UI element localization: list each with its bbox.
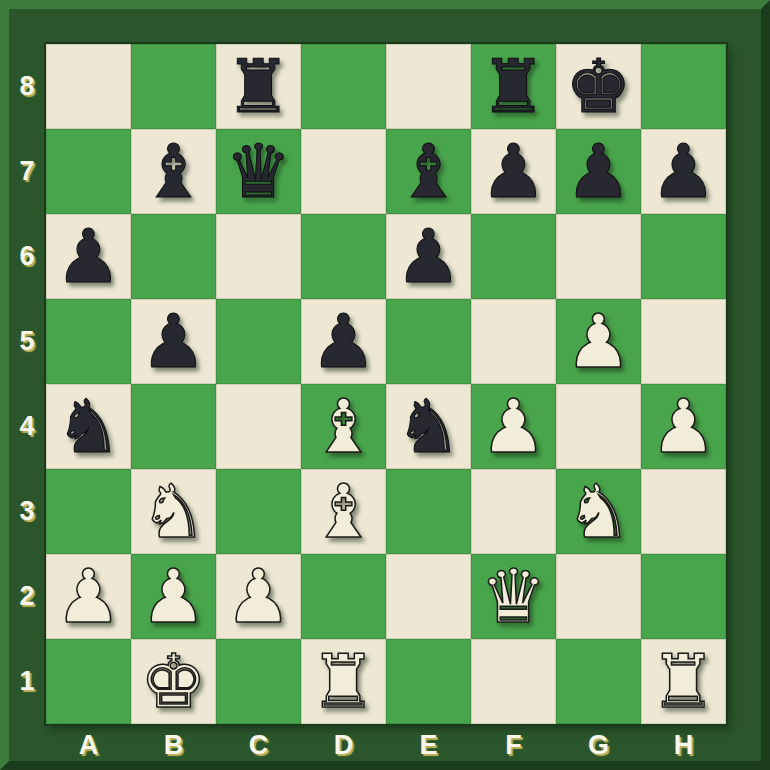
piece-black-knight[interactable]: ♞ (55, 384, 121, 469)
file-label-g: G (556, 728, 641, 762)
piece-white-pawn[interactable]: ♟ (565, 299, 631, 384)
square-a8[interactable] (46, 44, 131, 129)
square-b1[interactable]: ♚ (131, 639, 216, 724)
square-c6[interactable] (216, 214, 301, 299)
rank-label-2: 2 (9, 554, 45, 639)
piece-black-knight[interactable]: ♞ (395, 384, 461, 469)
square-g7[interactable]: ♟ (556, 129, 641, 214)
piece-white-bishop[interactable]: ♝ (310, 469, 376, 554)
piece-white-rook[interactable]: ♜ (650, 639, 716, 724)
square-d6[interactable] (301, 214, 386, 299)
square-e4[interactable]: ♞ (386, 384, 471, 469)
square-c2[interactable]: ♟ (216, 554, 301, 639)
square-f6[interactable] (471, 214, 556, 299)
file-label-h: H (641, 728, 726, 762)
rank-label-4: 4 (9, 384, 45, 469)
piece-white-pawn[interactable]: ♟ (650, 384, 716, 469)
square-h1[interactable]: ♜ (641, 639, 726, 724)
board-frame: ♜♜♚♝♛♝♟♟♟♟♟♟♟♟♞♝♞♟♟♞♝♞♟♟♟♛♚♜♜ 87654321 A… (0, 0, 770, 770)
piece-black-pawn[interactable]: ♟ (480, 129, 546, 214)
square-f2[interactable]: ♛ (471, 554, 556, 639)
rank-label-6: 6 (9, 214, 45, 299)
piece-black-bishop[interactable]: ♝ (140, 129, 206, 214)
piece-black-pawn[interactable]: ♟ (310, 299, 376, 384)
piece-black-pawn[interactable]: ♟ (650, 129, 716, 214)
piece-black-pawn[interactable]: ♟ (395, 214, 461, 299)
square-a7[interactable] (46, 129, 131, 214)
square-a3[interactable] (46, 469, 131, 554)
square-a4[interactable]: ♞ (46, 384, 131, 469)
square-b8[interactable] (131, 44, 216, 129)
piece-white-knight[interactable]: ♞ (140, 469, 206, 554)
piece-black-pawn[interactable]: ♟ (55, 214, 121, 299)
file-label-b: B (131, 728, 216, 762)
square-h8[interactable] (641, 44, 726, 129)
square-b3[interactable]: ♞ (131, 469, 216, 554)
piece-black-rook[interactable]: ♜ (225, 44, 291, 129)
square-d7[interactable] (301, 129, 386, 214)
square-d1[interactable]: ♜ (301, 639, 386, 724)
square-d4[interactable]: ♝ (301, 384, 386, 469)
square-h5[interactable] (641, 299, 726, 384)
piece-black-bishop[interactable]: ♝ (395, 129, 461, 214)
piece-white-knight[interactable]: ♞ (565, 469, 631, 554)
square-d5[interactable]: ♟ (301, 299, 386, 384)
square-c3[interactable] (216, 469, 301, 554)
piece-white-pawn[interactable]: ♟ (55, 554, 121, 639)
square-b5[interactable]: ♟ (131, 299, 216, 384)
rank-label-1: 1 (9, 639, 45, 724)
piece-white-rook[interactable]: ♜ (310, 639, 376, 724)
square-h4[interactable]: ♟ (641, 384, 726, 469)
file-label-e: E (386, 728, 471, 762)
square-e7[interactable]: ♝ (386, 129, 471, 214)
rank-label-8: 8 (9, 44, 45, 129)
square-f1[interactable] (471, 639, 556, 724)
square-f7[interactable]: ♟ (471, 129, 556, 214)
piece-white-king[interactable]: ♚ (140, 639, 206, 724)
square-e8[interactable] (386, 44, 471, 129)
square-f8[interactable]: ♜ (471, 44, 556, 129)
square-f5[interactable] (471, 299, 556, 384)
square-h2[interactable] (641, 554, 726, 639)
square-a2[interactable]: ♟ (46, 554, 131, 639)
rank-label-3: 3 (9, 469, 45, 554)
piece-black-pawn[interactable]: ♟ (140, 299, 206, 384)
square-d3[interactable]: ♝ (301, 469, 386, 554)
square-b4[interactable] (131, 384, 216, 469)
file-label-f: F (471, 728, 556, 762)
square-a6[interactable]: ♟ (46, 214, 131, 299)
piece-white-pawn[interactable]: ♟ (140, 554, 206, 639)
piece-black-king[interactable]: ♚ (565, 44, 631, 129)
square-h3[interactable] (641, 469, 726, 554)
piece-white-pawn[interactable]: ♟ (480, 384, 546, 469)
square-h7[interactable]: ♟ (641, 129, 726, 214)
square-e6[interactable]: ♟ (386, 214, 471, 299)
square-c1[interactable] (216, 639, 301, 724)
square-c8[interactable]: ♜ (216, 44, 301, 129)
file-label-d: D (301, 728, 386, 762)
piece-white-bishop[interactable]: ♝ (310, 384, 376, 469)
square-b2[interactable]: ♟ (131, 554, 216, 639)
square-d2[interactable] (301, 554, 386, 639)
square-g2[interactable] (556, 554, 641, 639)
square-f4[interactable]: ♟ (471, 384, 556, 469)
square-b6[interactable] (131, 214, 216, 299)
square-g4[interactable] (556, 384, 641, 469)
piece-black-rook[interactable]: ♜ (480, 44, 546, 129)
square-h6[interactable] (641, 214, 726, 299)
square-e1[interactable] (386, 639, 471, 724)
square-a5[interactable] (46, 299, 131, 384)
square-e2[interactable] (386, 554, 471, 639)
piece-white-pawn[interactable]: ♟ (225, 554, 291, 639)
file-label-c: C (216, 728, 301, 762)
piece-black-pawn[interactable]: ♟ (565, 129, 631, 214)
square-c5[interactable] (216, 299, 301, 384)
square-g3[interactable]: ♞ (556, 469, 641, 554)
square-g8[interactable]: ♚ (556, 44, 641, 129)
piece-white-queen[interactable]: ♛ (480, 554, 546, 639)
square-f3[interactable] (471, 469, 556, 554)
chess-board: ♜♜♚♝♛♝♟♟♟♟♟♟♟♟♞♝♞♟♟♞♝♞♟♟♟♛♚♜♜ (46, 44, 726, 724)
piece-black-queen[interactable]: ♛ (225, 129, 291, 214)
square-e5[interactable] (386, 299, 471, 384)
rank-label-7: 7 (9, 129, 45, 214)
square-e3[interactable] (386, 469, 471, 554)
square-d8[interactable] (301, 44, 386, 129)
file-label-a: A (46, 728, 131, 762)
square-g6[interactable] (556, 214, 641, 299)
square-g5[interactable]: ♟ (556, 299, 641, 384)
square-b7[interactable]: ♝ (131, 129, 216, 214)
square-c4[interactable] (216, 384, 301, 469)
square-c7[interactable]: ♛ (216, 129, 301, 214)
square-a1[interactable] (46, 639, 131, 724)
rank-label-5: 5 (9, 299, 45, 384)
square-g1[interactable] (556, 639, 641, 724)
